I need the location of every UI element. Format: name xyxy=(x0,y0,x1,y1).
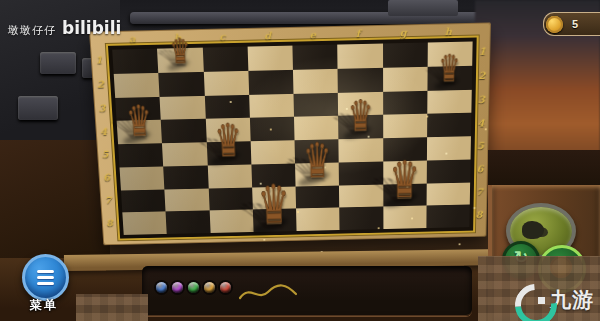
square-h7[interactable] xyxy=(426,182,470,206)
machine-slot xyxy=(40,52,76,74)
queen-e6[interactable]: ♛ xyxy=(302,141,331,180)
rank-label-left-4: 4 xyxy=(100,126,107,137)
gold-coin-icon xyxy=(546,16,563,33)
background-block xyxy=(388,0,458,16)
queen-h2[interactable]: ♛ xyxy=(439,54,461,84)
rank-label-right-2: 2 xyxy=(478,70,485,81)
square-b6[interactable] xyxy=(163,165,208,189)
square-e1[interactable] xyxy=(292,45,337,70)
rank-label-right-8: 8 xyxy=(476,209,483,219)
gold-rope-decoration xyxy=(238,280,298,306)
square-f2[interactable] xyxy=(338,68,383,93)
square-h3[interactable] xyxy=(427,89,472,114)
square-c2[interactable] xyxy=(203,71,249,96)
square-f5[interactable] xyxy=(339,138,383,162)
square-g2[interactable] xyxy=(383,67,428,92)
queen-b1[interactable]: ♛ xyxy=(170,39,191,66)
square-c8[interactable] xyxy=(209,210,253,233)
hamburger-menu-icon xyxy=(37,270,54,273)
gem-2 xyxy=(172,282,183,293)
game-screen: ♛♛♛♛♛♛♛♛♛♛♛♛♛♛♛♛ abcdefgh123456781234567… xyxy=(0,0,600,321)
rank-label-left-2: 2 xyxy=(97,79,105,90)
watermark-owner: 墩墩仔仔 xyxy=(8,23,56,38)
rank-label-left-6: 6 xyxy=(103,172,110,182)
rank-label-right-3: 3 xyxy=(478,94,485,105)
square-d2[interactable] xyxy=(248,70,293,95)
queen-d8[interactable]: ♛ xyxy=(258,183,291,226)
square-h4[interactable] xyxy=(427,113,472,137)
rank-label-left-8: 8 xyxy=(106,217,113,227)
queen-a4[interactable]: ♛ xyxy=(125,104,152,138)
queen-g7[interactable]: ♛ xyxy=(390,160,420,201)
square-g4[interactable] xyxy=(383,114,427,138)
machine-slot xyxy=(18,96,58,120)
square-g1[interactable] xyxy=(383,43,428,68)
square-a7[interactable] xyxy=(121,189,166,213)
square-a2[interactable] xyxy=(114,73,160,98)
square-f6[interactable] xyxy=(339,161,383,185)
rank-label-left-5: 5 xyxy=(101,149,108,159)
coin-count: 5 xyxy=(572,18,578,30)
square-e2[interactable] xyxy=(293,69,338,94)
square-a8[interactable] xyxy=(122,212,167,235)
site-logo: 九游 xyxy=(515,284,594,316)
rank-label-left-7: 7 xyxy=(104,195,111,205)
rank-label-right-5: 5 xyxy=(477,140,484,150)
rank-label-right-7: 7 xyxy=(476,186,483,196)
file-label-c: c xyxy=(219,31,225,42)
menu-button[interactable] xyxy=(22,254,69,301)
square-b5[interactable] xyxy=(162,142,207,166)
blur-patch xyxy=(76,294,148,321)
chess-board: ♛♛♛♛♛♛♛♛♛♛♛♛♛♛♛♛ xyxy=(106,35,479,240)
square-b8[interactable] xyxy=(166,211,210,234)
square-b3[interactable] xyxy=(160,95,206,120)
file-label-h: h xyxy=(445,26,452,37)
watermark: 墩墩仔仔 bilibili xyxy=(8,18,121,38)
menu-button-label: 菜单 xyxy=(19,297,69,314)
file-label-e: e xyxy=(309,29,316,40)
square-d1[interactable] xyxy=(247,46,293,71)
square-e7[interactable] xyxy=(296,185,340,209)
square-c7[interactable] xyxy=(208,187,252,211)
square-b2[interactable] xyxy=(159,72,205,97)
jiuyou-logo-icon xyxy=(515,284,547,316)
square-f8[interactable] xyxy=(339,207,382,230)
square-a6[interactable] xyxy=(120,166,165,190)
square-d4[interactable] xyxy=(250,117,295,141)
rank-label-right-4: 4 xyxy=(477,117,484,128)
square-h5[interactable] xyxy=(427,136,471,160)
square-c1[interactable] xyxy=(202,47,248,72)
square-e3[interactable] xyxy=(293,92,338,117)
square-g3[interactable] xyxy=(383,90,428,115)
rank-label-left-3: 3 xyxy=(98,102,106,113)
coin-panel[interactable]: 5 xyxy=(543,12,600,36)
square-a5[interactable] xyxy=(118,143,163,167)
square-f1[interactable] xyxy=(337,44,382,69)
square-h6[interactable] xyxy=(426,159,470,183)
file-label-a: a xyxy=(129,33,136,44)
chess-board-frame: ♛♛♛♛♛♛♛♛♛♛♛♛♛♛♛♛ abcdefgh123456781234567… xyxy=(89,22,491,245)
rank-label-right-6: 6 xyxy=(477,164,484,174)
queen-f4[interactable]: ♛ xyxy=(348,99,373,133)
square-f7[interactable] xyxy=(339,184,383,208)
rank-label-right-1: 1 xyxy=(479,46,486,57)
square-h8[interactable] xyxy=(426,205,470,228)
square-d3[interactable] xyxy=(249,93,294,118)
square-e8[interactable] xyxy=(296,208,340,231)
gem-1 xyxy=(156,282,167,293)
gem-4 xyxy=(204,282,215,293)
piece-tray xyxy=(142,266,472,316)
file-label-g: g xyxy=(400,27,407,38)
square-a1[interactable] xyxy=(112,49,158,74)
gem-5 xyxy=(220,282,231,293)
square-b7[interactable] xyxy=(165,188,210,212)
file-label-f: f xyxy=(356,28,360,39)
square-b4[interactable] xyxy=(161,119,206,143)
square-g8[interactable] xyxy=(383,206,426,229)
gem-3 xyxy=(188,282,199,293)
rank-label-left-1: 1 xyxy=(95,55,103,66)
bilibili-logo: bilibili xyxy=(62,18,121,38)
queen-c5[interactable]: ♛ xyxy=(214,123,242,160)
square-c6[interactable] xyxy=(207,164,252,188)
file-label-d: d xyxy=(264,30,271,41)
square-d5[interactable] xyxy=(250,140,295,164)
